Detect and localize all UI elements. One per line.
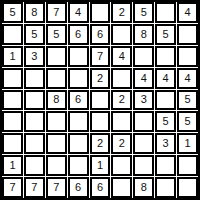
cell-r4c8[interactable]: 4 <box>155 68 176 89</box>
cell-r9c5[interactable]: 6 <box>90 177 111 198</box>
cell-r8c1[interactable]: 1 <box>2 155 23 176</box>
cell-r5c2[interactable] <box>24 90 45 111</box>
cell-r9c7[interactable]: 8 <box>133 177 154 198</box>
cell-r1c3[interactable]: 7 <box>46 2 67 23</box>
cell-r8c9[interactable] <box>177 155 198 176</box>
cell-r8c7[interactable] <box>133 155 154 176</box>
cell-r6c5[interactable] <box>90 111 111 132</box>
cell-r8c5[interactable]: 1 <box>90 155 111 176</box>
cell-r8c2[interactable] <box>24 155 45 176</box>
cell-r8c4[interactable] <box>68 155 89 176</box>
cell-r9c4[interactable]: 6 <box>68 177 89 198</box>
cell-r5c6[interactable]: 2 <box>111 90 132 111</box>
cell-r6c1[interactable] <box>2 111 23 132</box>
cell-r8c6[interactable] <box>111 155 132 176</box>
cell-r2c6[interactable] <box>111 24 132 45</box>
cell-r1c6[interactable]: 2 <box>111 2 132 23</box>
cell-r2c4[interactable]: 6 <box>68 24 89 45</box>
cell-r7c2[interactable] <box>24 133 45 154</box>
cell-r4c9[interactable]: 4 <box>177 68 198 89</box>
cell-r1c5[interactable] <box>90 2 111 23</box>
cell-r5c1[interactable] <box>2 90 23 111</box>
cell-r1c1[interactable]: 5 <box>2 2 23 23</box>
cell-r2c5[interactable]: 6 <box>90 24 111 45</box>
cell-r3c5[interactable]: 7 <box>90 46 111 67</box>
cell-r2c1[interactable] <box>2 24 23 45</box>
cell-r5c5[interactable] <box>90 90 111 111</box>
cell-r3c8[interactable] <box>155 46 176 67</box>
cell-r6c6[interactable] <box>111 111 132 132</box>
cell-r2c8[interactable]: 5 <box>155 24 176 45</box>
cell-r5c7[interactable]: 3 <box>133 90 154 111</box>
cell-r1c7[interactable]: 5 <box>133 2 154 23</box>
cell-r6c8[interactable]: 5 <box>155 111 176 132</box>
cell-r8c3[interactable] <box>46 155 67 176</box>
cell-r5c8[interactable] <box>155 90 176 111</box>
cell-r1c4[interactable]: 4 <box>68 2 89 23</box>
cell-r6c7[interactable] <box>133 111 154 132</box>
cell-r3c2[interactable]: 3 <box>24 46 45 67</box>
cell-r2c2[interactable]: 5 <box>24 24 45 45</box>
cell-r3c7[interactable] <box>133 46 154 67</box>
cell-r7c8[interactable]: 3 <box>155 133 176 154</box>
cell-r9c3[interactable]: 7 <box>46 177 67 198</box>
cell-r3c3[interactable] <box>46 46 67 67</box>
cell-r5c3[interactable]: 8 <box>46 90 67 111</box>
cell-r9c9[interactable] <box>177 177 198 198</box>
cell-r6c4[interactable] <box>68 111 89 132</box>
cell-r7c1[interactable] <box>2 133 23 154</box>
cell-r9c1[interactable]: 7 <box>2 177 23 198</box>
cell-r7c5[interactable]: 2 <box>90 133 111 154</box>
sudoku-board: 5874254556685137424448623555223111777668 <box>0 0 200 200</box>
cell-r7c6[interactable]: 2 <box>111 133 132 154</box>
cell-r4c3[interactable] <box>46 68 67 89</box>
cell-r4c1[interactable] <box>2 68 23 89</box>
cell-r2c9[interactable] <box>177 24 198 45</box>
cell-r1c9[interactable]: 4 <box>177 2 198 23</box>
cell-r5c9[interactable]: 5 <box>177 90 198 111</box>
cell-r7c3[interactable] <box>46 133 67 154</box>
cell-r1c2[interactable]: 8 <box>24 2 45 23</box>
cell-r9c6[interactable] <box>111 177 132 198</box>
cell-r4c5[interactable]: 2 <box>90 68 111 89</box>
cell-r7c7[interactable] <box>133 133 154 154</box>
cell-r8c8[interactable] <box>155 155 176 176</box>
cell-r7c9[interactable]: 1 <box>177 133 198 154</box>
cell-r4c6[interactable] <box>111 68 132 89</box>
cell-r3c1[interactable]: 1 <box>2 46 23 67</box>
cell-r2c3[interactable]: 5 <box>46 24 67 45</box>
cell-r9c8[interactable] <box>155 177 176 198</box>
cell-r2c7[interactable]: 8 <box>133 24 154 45</box>
cell-r4c4[interactable] <box>68 68 89 89</box>
cell-r4c7[interactable]: 4 <box>133 68 154 89</box>
cell-r3c9[interactable] <box>177 46 198 67</box>
cell-r7c4[interactable] <box>68 133 89 154</box>
cell-r3c6[interactable]: 4 <box>111 46 132 67</box>
cell-r3c4[interactable] <box>68 46 89 67</box>
cell-r1c8[interactable] <box>155 2 176 23</box>
cell-r6c9[interactable]: 5 <box>177 111 198 132</box>
cell-r6c2[interactable] <box>24 111 45 132</box>
cell-r5c4[interactable]: 6 <box>68 90 89 111</box>
cell-r6c3[interactable] <box>46 111 67 132</box>
cell-r4c2[interactable] <box>24 68 45 89</box>
cell-r9c2[interactable]: 7 <box>24 177 45 198</box>
